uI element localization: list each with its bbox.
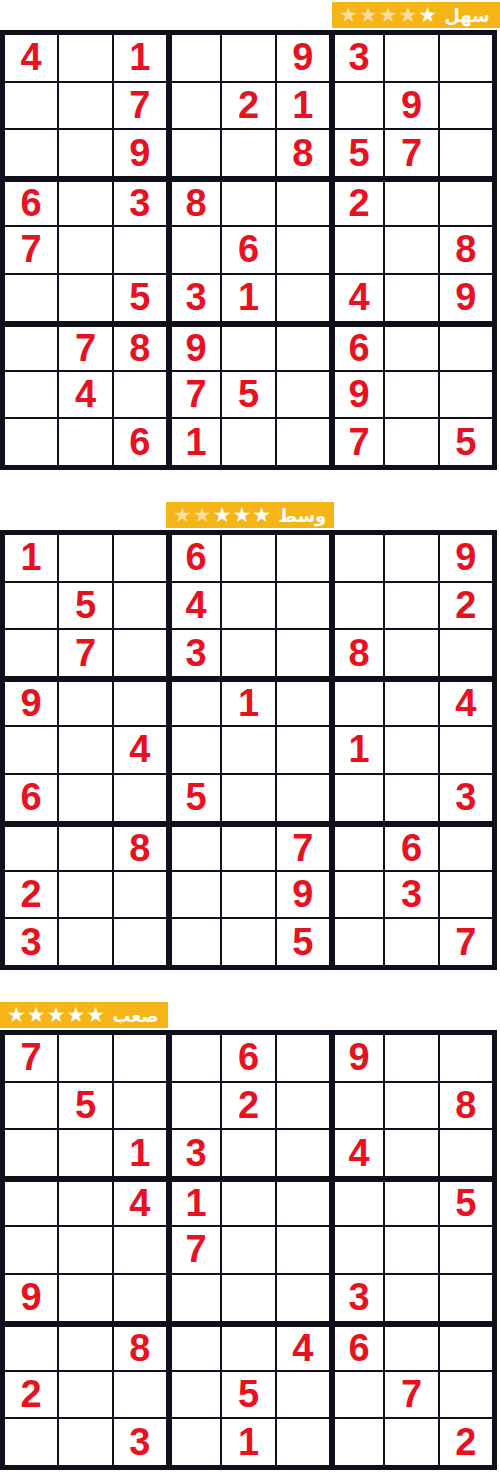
sudoku-cell-easy-r7c7[interactable]: 6 xyxy=(331,323,383,370)
sudoku-cell-hard-r1c4[interactable] xyxy=(168,1035,220,1081)
sudoku-cell-easy-r7c5[interactable] xyxy=(222,323,274,370)
sudoku-cell-easy-r1c5[interactable] xyxy=(222,35,274,81)
sudoku-cell-hard-r7c9[interactable] xyxy=(440,1323,492,1370)
sudoku-cell-medium-r1c4[interactable]: 6 xyxy=(168,535,220,581)
sudoku-cell-easy-r1c4[interactable] xyxy=(168,35,220,81)
sudoku-cell-medium-r9c9[interactable]: 7 xyxy=(440,919,492,965)
sudoku-cell-medium-r2c2[interactable]: 5 xyxy=(59,583,111,629)
sudoku-cell-medium-r4c2[interactable] xyxy=(59,678,111,725)
sudoku-cell-hard-r5c6[interactable] xyxy=(277,1227,329,1273)
sudoku-cell-easy-r4c5[interactable] xyxy=(222,178,274,225)
sudoku-cell-hard-r3c1[interactable] xyxy=(5,1130,57,1176)
sudoku-cell-hard-r8c9[interactable] xyxy=(440,1372,492,1418)
star-empty-icon: ★ xyxy=(379,5,398,26)
sudoku-cell-hard-r4c9[interactable]: 5 xyxy=(440,1178,492,1225)
star-filled-icon: ★ xyxy=(66,1005,85,1026)
sudoku-cell-hard-r2c7[interactable] xyxy=(331,1083,383,1129)
sudoku-cell-hard-r2c2[interactable]: 5 xyxy=(59,1083,111,1129)
sudoku-cell-hard-r9c7[interactable] xyxy=(331,1419,383,1465)
sudoku-cell-hard-r9c8[interactable] xyxy=(385,1419,437,1465)
sudoku-cell-medium-r8c9[interactable] xyxy=(440,872,492,918)
sudoku-cell-easy-r9c5[interactable] xyxy=(222,419,274,465)
sudoku-grid-easy: 419372199857638276853149789647596175 xyxy=(0,30,497,470)
sudoku-cell-medium-r3c1[interactable] xyxy=(5,630,57,676)
sudoku-cell-medium-r8c6[interactable]: 9 xyxy=(277,872,329,918)
sudoku-cell-easy-r4c3[interactable]: 3 xyxy=(114,178,166,225)
sudoku-cell-hard-r6c2[interactable] xyxy=(59,1275,111,1321)
sudoku-cell-hard-r6c4[interactable] xyxy=(168,1275,220,1321)
sudoku-cell-hard-r3c8[interactable] xyxy=(385,1130,437,1176)
sudoku-cell-medium-r9c7[interactable] xyxy=(331,919,383,965)
sudoku-cell-medium-r2c7[interactable] xyxy=(331,583,383,629)
sudoku-cell-easy-r9c3[interactable]: 6 xyxy=(114,419,166,465)
star-filled-icon: ★ xyxy=(232,505,251,526)
sudoku-cell-easy-r9c1[interactable] xyxy=(5,419,57,465)
sudoku-cell-hard-r5c3[interactable] xyxy=(114,1227,166,1273)
sudoku-cell-medium-r3c3[interactable] xyxy=(114,630,166,676)
sudoku-cell-medium-r3c6[interactable] xyxy=(277,630,329,676)
sudoku-cell-easy-r3c7[interactable]: 5 xyxy=(331,130,383,176)
sudoku-cell-hard-r1c3[interactable] xyxy=(114,1035,166,1081)
sudoku-cell-hard-r7c4[interactable] xyxy=(168,1323,220,1370)
sudoku-cell-hard-r3c5[interactable] xyxy=(222,1130,274,1176)
sudoku-cell-hard-r2c8[interactable] xyxy=(385,1083,437,1129)
sudoku-cell-hard-r6c3[interactable] xyxy=(114,1275,166,1321)
sudoku-cell-medium-r6c6[interactable] xyxy=(277,775,329,821)
sudoku-cell-easy-r3c4[interactable] xyxy=(168,130,220,176)
sudoku-cell-hard-r7c2[interactable] xyxy=(59,1323,111,1370)
sudoku-cell-easy-r7c9[interactable] xyxy=(440,323,492,370)
sudoku-cell-hard-r4c8[interactable] xyxy=(385,1178,437,1225)
sudoku-cell-hard-r5c2[interactable] xyxy=(59,1227,111,1273)
sudoku-cell-medium-r4c6[interactable] xyxy=(277,678,329,725)
sudoku-cell-medium-r2c3[interactable] xyxy=(114,583,166,629)
sudoku-cell-hard-r8c8[interactable]: 7 xyxy=(385,1372,437,1418)
sudoku-cell-easy-r9c2[interactable] xyxy=(59,419,111,465)
sudoku-cell-hard-r8c4[interactable] xyxy=(168,1372,220,1418)
sudoku-cell-easy-r2c2[interactable] xyxy=(59,83,111,129)
sudoku-cell-medium-r8c1[interactable]: 2 xyxy=(5,872,57,918)
sudoku-cell-medium-r9c1[interactable]: 3 xyxy=(5,919,57,965)
sudoku-cell-hard-r1c6[interactable] xyxy=(277,1035,329,1081)
sudoku-cell-medium-r8c2[interactable] xyxy=(59,872,111,918)
sudoku-cell-medium-r1c6[interactable] xyxy=(277,535,329,581)
sudoku-cell-easy-r6c2[interactable] xyxy=(59,275,111,321)
sudoku-cell-easy-r7c3[interactable]: 8 xyxy=(114,323,166,370)
sudoku-cell-easy-r4c9[interactable] xyxy=(440,178,492,225)
sudoku-cell-hard-r8c6[interactable] xyxy=(277,1372,329,1418)
sudoku-cell-easy-r3c5[interactable] xyxy=(222,130,274,176)
sudoku-cell-hard-r1c9[interactable] xyxy=(440,1035,492,1081)
sudoku-cell-easy-r3c1[interactable] xyxy=(5,130,57,176)
sudoku-cell-easy-r9c4[interactable]: 1 xyxy=(168,419,220,465)
sudoku-cell-hard-r3c6[interactable] xyxy=(277,1130,329,1176)
star-filled-icon: ★ xyxy=(86,1005,105,1026)
sudoku-cell-hard-r6c6[interactable] xyxy=(277,1275,329,1321)
sudoku-cell-easy-r5c3[interactable] xyxy=(114,227,166,273)
sudoku-cell-hard-r6c7[interactable]: 3 xyxy=(331,1275,383,1321)
sudoku-cell-hard-r8c2[interactable] xyxy=(59,1372,111,1418)
sudoku-cell-easy-r7c2[interactable]: 7 xyxy=(59,323,111,370)
sudoku-cell-medium-r3c4[interactable]: 3 xyxy=(168,630,220,676)
sudoku-cell-easy-r6c5[interactable]: 1 xyxy=(222,275,274,321)
sudoku-cell-medium-r5c4[interactable] xyxy=(168,727,220,773)
sudoku-cell-hard-r3c3[interactable]: 1 xyxy=(114,1130,166,1176)
sudoku-cell-medium-r5c9[interactable] xyxy=(440,727,492,773)
difficulty-label-easy: سهل xyxy=(444,5,490,26)
sudoku-cell-easy-r7c6[interactable] xyxy=(277,323,329,370)
sudoku-cell-hard-r1c2[interactable] xyxy=(59,1035,111,1081)
sudoku-cell-easy-r5c6[interactable] xyxy=(277,227,329,273)
sudoku-cell-easy-r1c3[interactable]: 1 xyxy=(114,35,166,81)
sudoku-cell-easy-r6c4[interactable]: 3 xyxy=(168,275,220,321)
sudoku-cell-medium-r4c1[interactable]: 9 xyxy=(5,678,57,725)
sudoku-cell-hard-r5c1[interactable] xyxy=(5,1227,57,1273)
sudoku-cell-easy-r7c8[interactable] xyxy=(385,323,437,370)
star-filled-icon: ★ xyxy=(418,5,437,26)
sudoku-cell-easy-r8c5[interactable]: 5 xyxy=(222,372,274,418)
sudoku-cell-medium-r7c5[interactable] xyxy=(222,823,274,870)
sudoku-cell-medium-r2c1[interactable] xyxy=(5,583,57,629)
sudoku-cell-medium-r5c8[interactable] xyxy=(385,727,437,773)
sudoku-cell-easy-r9c8[interactable] xyxy=(385,419,437,465)
sudoku-cell-easy-r2c6[interactable]: 1 xyxy=(277,83,329,129)
sudoku-cell-easy-r5c4[interactable] xyxy=(168,227,220,273)
sudoku-cell-easy-r1c6[interactable]: 9 xyxy=(277,35,329,81)
sudoku-cell-hard-r4c4[interactable]: 1 xyxy=(168,1178,220,1225)
sudoku-cell-easy-r5c8[interactable] xyxy=(385,227,437,273)
sudoku-cell-medium-r6c1[interactable]: 6 xyxy=(5,775,57,821)
sudoku-cell-easy-r4c1[interactable]: 6 xyxy=(5,178,57,225)
sudoku-cell-medium-r6c5[interactable] xyxy=(222,775,274,821)
sudoku-cell-medium-r7c1[interactable] xyxy=(5,823,57,870)
sudoku-cell-medium-r2c6[interactable] xyxy=(277,583,329,629)
sudoku-cell-hard-r6c8[interactable] xyxy=(385,1275,437,1321)
sudoku-cell-hard-r4c2[interactable] xyxy=(59,1178,111,1225)
sudoku-cell-medium-r1c1[interactable]: 1 xyxy=(5,535,57,581)
sudoku-cell-hard-r9c3[interactable]: 3 xyxy=(114,1419,166,1465)
sudoku-cell-medium-r2c5[interactable] xyxy=(222,583,274,629)
sudoku-cell-hard-r2c6[interactable] xyxy=(277,1083,329,1129)
sudoku-cell-easy-r2c8[interactable]: 9 xyxy=(385,83,437,129)
star-filled-icon: ★ xyxy=(47,1005,66,1026)
sudoku-cell-hard-r2c4[interactable] xyxy=(168,1083,220,1129)
sudoku-cell-hard-r3c7[interactable]: 4 xyxy=(331,1130,383,1176)
star-empty-icon: ★ xyxy=(193,505,212,526)
sudoku-cell-medium-r9c2[interactable] xyxy=(59,919,111,965)
star-filled-icon: ★ xyxy=(252,505,271,526)
sudoku-cell-easy-r4c8[interactable] xyxy=(385,178,437,225)
sudoku-cell-medium-r9c8[interactable] xyxy=(385,919,437,965)
sudoku-cell-hard-r8c1[interactable]: 2 xyxy=(5,1372,57,1418)
sudoku-cell-easy-r2c7[interactable] xyxy=(331,83,383,129)
sudoku-grid-medium: 16954273891441653876293357 xyxy=(0,530,497,970)
sudoku-cell-easy-r4c4[interactable]: 8 xyxy=(168,178,220,225)
sudoku-cell-easy-r2c4[interactable] xyxy=(168,83,220,129)
sudoku-cell-medium-r8c4[interactable] xyxy=(168,872,220,918)
sudoku-cell-easy-r1c8[interactable] xyxy=(385,35,437,81)
sudoku-cell-easy-r9c9[interactable]: 5 xyxy=(440,419,492,465)
sudoku-cell-easy-r6c6[interactable] xyxy=(277,275,329,321)
sudoku-cell-medium-r2c8[interactable] xyxy=(385,583,437,629)
sudoku-cell-hard-r8c5[interactable]: 5 xyxy=(222,1372,274,1418)
sudoku-cell-easy-r4c6[interactable] xyxy=(277,178,329,225)
sudoku-cell-medium-r3c7[interactable]: 8 xyxy=(331,630,383,676)
sudoku-cell-medium-r7c7[interactable] xyxy=(331,823,383,870)
sudoku-cell-easy-r2c9[interactable] xyxy=(440,83,492,129)
sudoku-cell-hard-r7c6[interactable]: 4 xyxy=(277,1323,329,1370)
sudoku-cell-easy-r8c4[interactable]: 7 xyxy=(168,372,220,418)
sudoku-cell-medium-r3c9[interactable] xyxy=(440,630,492,676)
difficulty-stars: ★★★★★ xyxy=(7,1005,106,1026)
sudoku-cell-easy-r5c1[interactable]: 7 xyxy=(5,227,57,273)
sudoku-cell-medium-r7c3[interactable]: 8 xyxy=(114,823,166,870)
sudoku-cell-medium-r6c7[interactable] xyxy=(331,775,383,821)
sudoku-cell-hard-r8c3[interactable] xyxy=(114,1372,166,1418)
sudoku-cell-easy-r8c3[interactable] xyxy=(114,372,166,418)
sudoku-cell-hard-r9c9[interactable]: 2 xyxy=(440,1419,492,1465)
sudoku-cell-hard-r7c8[interactable] xyxy=(385,1323,437,1370)
sudoku-cell-medium-r7c8[interactable]: 6 xyxy=(385,823,437,870)
sudoku-cell-hard-r5c8[interactable] xyxy=(385,1227,437,1273)
sudoku-cell-medium-r3c2[interactable]: 7 xyxy=(59,630,111,676)
sudoku-cell-medium-r5c3[interactable]: 4 xyxy=(114,727,166,773)
sudoku-cell-medium-r8c8[interactable]: 3 xyxy=(385,872,437,918)
sudoku-cell-medium-r6c9[interactable]: 3 xyxy=(440,775,492,821)
sudoku-cell-hard-r1c1[interactable]: 7 xyxy=(5,1035,57,1081)
sudoku-cell-hard-r1c5[interactable]: 6 xyxy=(222,1035,274,1081)
sudoku-cell-hard-r7c7[interactable]: 6 xyxy=(331,1323,383,1370)
sudoku-cell-medium-r6c4[interactable]: 5 xyxy=(168,775,220,821)
sudoku-cell-easy-r5c2[interactable] xyxy=(59,227,111,273)
sudoku-cell-medium-r5c5[interactable] xyxy=(222,727,274,773)
sudoku-cell-easy-r6c8[interactable] xyxy=(385,275,437,321)
difficulty-stars: ★★★★★ xyxy=(173,505,272,526)
difficulty-stars: ★★★★★ xyxy=(339,5,438,26)
sudoku-cell-hard-r4c1[interactable] xyxy=(5,1178,57,1225)
sudoku-cell-hard-r6c5[interactable] xyxy=(222,1275,274,1321)
star-empty-icon: ★ xyxy=(398,5,417,26)
sudoku-cell-easy-r2c3[interactable]: 7 xyxy=(114,83,166,129)
difficulty-banner-medium: ★★★★★ وسط xyxy=(166,502,334,528)
puzzle-section-easy: ★★★★★ سهل 419372199857638276853149789647… xyxy=(0,2,500,470)
sudoku-cell-hard-r4c5[interactable] xyxy=(222,1178,274,1225)
sudoku-cell-easy-r7c1[interactable] xyxy=(5,323,57,370)
sudoku-cell-easy-r1c9[interactable] xyxy=(440,35,492,81)
sudoku-cell-hard-r4c3[interactable]: 4 xyxy=(114,1178,166,1225)
sudoku-cell-easy-r8c8[interactable] xyxy=(385,372,437,418)
sudoku-cell-medium-r7c6[interactable]: 7 xyxy=(277,823,329,870)
sudoku-cell-medium-r3c5[interactable] xyxy=(222,630,274,676)
sudoku-cell-medium-r9c5[interactable] xyxy=(222,919,274,965)
difficulty-banner-easy: ★★★★★ سهل xyxy=(332,2,500,28)
sudoku-cell-hard-r5c7[interactable] xyxy=(331,1227,383,1273)
puzzle-section-hard: ★★★★★ صعب 769528134415793846257312 xyxy=(0,1002,500,1470)
sudoku-cell-easy-r8c1[interactable] xyxy=(5,372,57,418)
sudoku-cell-medium-r9c6[interactable]: 5 xyxy=(277,919,329,965)
sudoku-cell-hard-r5c5[interactable] xyxy=(222,1227,274,1273)
sudoku-cell-medium-r1c5[interactable] xyxy=(222,535,274,581)
sudoku-cell-medium-r2c9[interactable]: 2 xyxy=(440,583,492,629)
star-filled-icon: ★ xyxy=(213,505,232,526)
sudoku-cell-medium-r1c2[interactable] xyxy=(59,535,111,581)
star-empty-icon: ★ xyxy=(359,5,378,26)
sudoku-cell-medium-r7c2[interactable] xyxy=(59,823,111,870)
sudoku-cell-hard-r9c1[interactable] xyxy=(5,1419,57,1465)
sudoku-grid-hard: 769528134415793846257312 xyxy=(0,1030,497,1470)
sudoku-cell-hard-r9c4[interactable] xyxy=(168,1419,220,1465)
puzzle-section-medium: ★★★★★ وسط 16954273891441653876293357 xyxy=(0,502,500,970)
sudoku-cell-easy-r7c4[interactable]: 9 xyxy=(168,323,220,370)
sudoku-cell-easy-r2c5[interactable]: 2 xyxy=(222,83,274,129)
sudoku-cell-hard-r8c7[interactable] xyxy=(331,1372,383,1418)
sudoku-cell-medium-r4c3[interactable] xyxy=(114,678,166,725)
sudoku-cell-hard-r4c6[interactable] xyxy=(277,1178,329,1225)
sudoku-cell-easy-r9c6[interactable] xyxy=(277,419,329,465)
star-filled-icon: ★ xyxy=(27,1005,46,1026)
sudoku-cell-medium-r4c7[interactable] xyxy=(331,678,383,725)
sudoku-cell-easy-r1c7[interactable]: 3 xyxy=(331,35,383,81)
sudoku-cell-easy-r5c5[interactable]: 6 xyxy=(222,227,274,273)
sudoku-cell-medium-r7c9[interactable] xyxy=(440,823,492,870)
star-filled-icon: ★ xyxy=(7,1005,26,1026)
sudoku-cell-medium-r5c2[interactable] xyxy=(59,727,111,773)
sudoku-cell-medium-r5c6[interactable] xyxy=(277,727,329,773)
star-empty-icon: ★ xyxy=(339,5,358,26)
sudoku-cell-hard-r9c5[interactable]: 1 xyxy=(222,1419,274,1465)
sudoku-cell-medium-r4c9[interactable]: 4 xyxy=(440,678,492,725)
difficulty-label-hard: صعب xyxy=(112,1005,159,1026)
sudoku-cell-easy-r5c9[interactable]: 8 xyxy=(440,227,492,273)
sudoku-cell-medium-r1c7[interactable] xyxy=(331,535,383,581)
sudoku-cell-easy-r1c1[interactable]: 4 xyxy=(5,35,57,81)
sudoku-cell-medium-r1c9[interactable]: 9 xyxy=(440,535,492,581)
sudoku-cell-easy-r1c2[interactable] xyxy=(59,35,111,81)
sudoku-cell-hard-r4c7[interactable] xyxy=(331,1178,383,1225)
sudoku-cell-hard-r5c4[interactable]: 7 xyxy=(168,1227,220,1273)
sudoku-cell-easy-r3c6[interactable]: 8 xyxy=(277,130,329,176)
sudoku-cell-medium-r6c8[interactable] xyxy=(385,775,437,821)
sudoku-cell-hard-r2c1[interactable] xyxy=(5,1083,57,1129)
sudoku-cell-hard-r7c5[interactable] xyxy=(222,1323,274,1370)
sudoku-cell-medium-r4c5[interactable]: 1 xyxy=(222,678,274,725)
sudoku-cell-easy-r3c8[interactable]: 7 xyxy=(385,130,437,176)
sudoku-cell-hard-r7c3[interactable]: 8 xyxy=(114,1323,166,1370)
sudoku-cell-hard-r2c3[interactable] xyxy=(114,1083,166,1129)
sudoku-cell-easy-r9c7[interactable]: 7 xyxy=(331,419,383,465)
sudoku-cell-hard-r9c6[interactable] xyxy=(277,1419,329,1465)
sudoku-page: ★★★★★ سهل 419372199857638276853149789647… xyxy=(0,2,500,1470)
difficulty-banner-hard: ★★★★★ صعب xyxy=(0,1002,168,1028)
sudoku-cell-easy-r3c3[interactable]: 9 xyxy=(114,130,166,176)
sudoku-cell-hard-r6c9[interactable] xyxy=(440,1275,492,1321)
sudoku-cell-hard-r3c2[interactable] xyxy=(59,1130,111,1176)
sudoku-cell-medium-r4c8[interactable] xyxy=(385,678,437,725)
difficulty-label-medium: وسط xyxy=(278,505,326,526)
sudoku-cell-easy-r6c7[interactable]: 4 xyxy=(331,275,383,321)
sudoku-cell-medium-r3c8[interactable] xyxy=(385,630,437,676)
sudoku-cell-hard-r2c5[interactable]: 2 xyxy=(222,1083,274,1129)
star-empty-icon: ★ xyxy=(173,505,192,526)
sudoku-cell-easy-r3c9[interactable] xyxy=(440,130,492,176)
sudoku-cell-medium-r9c3[interactable] xyxy=(114,919,166,965)
sudoku-cell-medium-r4c4[interactable] xyxy=(168,678,220,725)
sudoku-cell-easy-r4c2[interactable] xyxy=(59,178,111,225)
sudoku-cell-easy-r2c1[interactable] xyxy=(5,83,57,129)
sudoku-cell-easy-r8c7[interactable]: 9 xyxy=(331,372,383,418)
sudoku-cell-medium-r7c4[interactable] xyxy=(168,823,220,870)
sudoku-cell-medium-r5c7[interactable]: 1 xyxy=(331,727,383,773)
sudoku-cell-medium-r8c5[interactable] xyxy=(222,872,274,918)
sudoku-cell-hard-r5c9[interactable] xyxy=(440,1227,492,1273)
sudoku-cell-medium-r6c3[interactable] xyxy=(114,775,166,821)
sudoku-cell-medium-r5c1[interactable] xyxy=(5,727,57,773)
sudoku-cell-easy-r8c2[interactable]: 4 xyxy=(59,372,111,418)
sudoku-cell-easy-r5c7[interactable] xyxy=(331,227,383,273)
sudoku-cell-hard-r1c8[interactable] xyxy=(385,1035,437,1081)
sudoku-cell-hard-r6c1[interactable]: 9 xyxy=(5,1275,57,1321)
sudoku-cell-easy-r6c1[interactable] xyxy=(5,275,57,321)
sudoku-cell-easy-r3c2[interactable] xyxy=(59,130,111,176)
sudoku-cell-hard-r3c9[interactable] xyxy=(440,1130,492,1176)
sudoku-cell-easy-r6c3[interactable]: 5 xyxy=(114,275,166,321)
sudoku-cell-medium-r9c4[interactable] xyxy=(168,919,220,965)
sudoku-cell-hard-r7c1[interactable] xyxy=(5,1323,57,1370)
sudoku-cell-medium-r1c3[interactable] xyxy=(114,535,166,581)
sudoku-cell-hard-r2c9[interactable]: 8 xyxy=(440,1083,492,1129)
sudoku-cell-easy-r8c9[interactable] xyxy=(440,372,492,418)
sudoku-cell-hard-r9c2[interactable] xyxy=(59,1419,111,1465)
sudoku-cell-medium-r6c2[interactable] xyxy=(59,775,111,821)
sudoku-cell-medium-r8c3[interactable] xyxy=(114,872,166,918)
sudoku-cell-medium-r1c8[interactable] xyxy=(385,535,437,581)
sudoku-cell-easy-r6c9[interactable]: 9 xyxy=(440,275,492,321)
sudoku-cell-hard-r1c7[interactable]: 9 xyxy=(331,1035,383,1081)
sudoku-cell-easy-r8c6[interactable] xyxy=(277,372,329,418)
sudoku-cell-medium-r2c4[interactable]: 4 xyxy=(168,583,220,629)
sudoku-cell-medium-r8c7[interactable] xyxy=(331,872,383,918)
sudoku-cell-hard-r3c4[interactable]: 3 xyxy=(168,1130,220,1176)
sudoku-cell-easy-r4c7[interactable]: 2 xyxy=(331,178,383,225)
